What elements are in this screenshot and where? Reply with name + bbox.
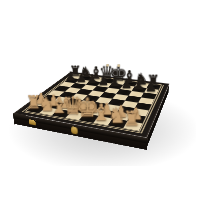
chessboard: ♜♞♝♛♚♝♞♜♟♟♟♟♟♟♟♟♟♟♟♟♟♟♟♟♜♞♝♛♚♝♞♜ [14, 72, 170, 138]
brass-clasp-icon [71, 126, 78, 135]
product-photo-scene: ♜♞♝♛♚♝♞♜♟♟♟♟♟♟♟♟♟♟♟♟♟♟♟♟♜♞♝♛♚♝♞♜ [0, 0, 200, 200]
finial-tip [117, 64, 120, 67]
brass-hinge-icon [28, 119, 35, 125]
